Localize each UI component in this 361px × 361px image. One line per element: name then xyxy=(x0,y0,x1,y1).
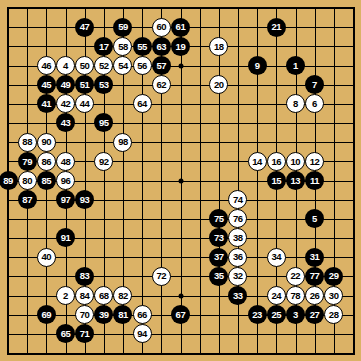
intersection[interactable]: 57 xyxy=(152,56,171,75)
intersection[interactable] xyxy=(343,133,361,152)
intersection[interactable] xyxy=(133,113,152,132)
intersection[interactable] xyxy=(228,171,247,190)
intersection[interactable] xyxy=(305,18,324,37)
intersection[interactable]: 32 xyxy=(228,267,247,286)
intersection[interactable] xyxy=(247,324,266,343)
intersection[interactable] xyxy=(209,171,228,190)
intersection[interactable]: 31 xyxy=(305,247,324,266)
intersection[interactable] xyxy=(267,113,286,132)
intersection[interactable]: 30 xyxy=(324,286,343,305)
intersection[interactable] xyxy=(94,209,113,228)
intersection[interactable] xyxy=(133,133,152,152)
intersection[interactable] xyxy=(190,305,209,324)
intersection[interactable] xyxy=(305,228,324,247)
intersection[interactable] xyxy=(267,0,286,18)
intersection[interactable] xyxy=(56,37,75,56)
intersection[interactable]: 90 xyxy=(37,133,56,152)
intersection[interactable] xyxy=(324,343,343,361)
intersection[interactable] xyxy=(247,209,266,228)
intersection[interactable] xyxy=(37,228,56,247)
intersection[interactable] xyxy=(18,18,37,37)
intersection[interactable] xyxy=(190,247,209,266)
intersection[interactable] xyxy=(37,343,56,361)
intersection[interactable] xyxy=(152,152,171,171)
intersection[interactable]: 18 xyxy=(209,37,228,56)
intersection[interactable] xyxy=(209,18,228,37)
intersection[interactable]: 84 xyxy=(75,286,94,305)
intersection[interactable] xyxy=(324,113,343,132)
intersection[interactable] xyxy=(190,228,209,247)
intersection[interactable]: 34 xyxy=(267,247,286,266)
intersection[interactable]: 94 xyxy=(133,324,152,343)
intersection[interactable] xyxy=(324,190,343,209)
intersection[interactable] xyxy=(286,37,305,56)
intersection[interactable] xyxy=(18,94,37,113)
intersection[interactable]: 98 xyxy=(113,133,132,152)
intersection[interactable]: 77 xyxy=(305,267,324,286)
intersection[interactable] xyxy=(133,286,152,305)
intersection[interactable] xyxy=(56,343,75,361)
intersection[interactable] xyxy=(0,286,18,305)
intersection[interactable]: 8 xyxy=(286,94,305,113)
intersection[interactable] xyxy=(190,152,209,171)
intersection[interactable] xyxy=(228,75,247,94)
intersection[interactable] xyxy=(267,75,286,94)
intersection[interactable] xyxy=(247,18,266,37)
intersection[interactable]: 50 xyxy=(75,56,94,75)
intersection[interactable] xyxy=(75,152,94,171)
intersection[interactable] xyxy=(152,0,171,18)
intersection[interactable] xyxy=(171,228,190,247)
intersection[interactable] xyxy=(305,37,324,56)
intersection[interactable] xyxy=(324,94,343,113)
intersection[interactable] xyxy=(133,75,152,94)
intersection[interactable] xyxy=(209,305,228,324)
intersection[interactable]: 24 xyxy=(267,286,286,305)
intersection[interactable] xyxy=(37,18,56,37)
intersection[interactable] xyxy=(18,209,37,228)
intersection[interactable]: 80 xyxy=(18,171,37,190)
intersection[interactable]: 89 xyxy=(0,171,18,190)
intersection[interactable] xyxy=(171,324,190,343)
intersection[interactable]: 75 xyxy=(209,209,228,228)
intersection[interactable] xyxy=(75,209,94,228)
intersection[interactable] xyxy=(190,56,209,75)
intersection[interactable] xyxy=(0,343,18,361)
intersection[interactable] xyxy=(343,113,361,132)
intersection[interactable] xyxy=(56,267,75,286)
intersection[interactable] xyxy=(343,305,361,324)
intersection[interactable] xyxy=(228,133,247,152)
intersection[interactable] xyxy=(152,94,171,113)
intersection[interactable]: 83 xyxy=(75,267,94,286)
intersection[interactable] xyxy=(247,247,266,266)
intersection[interactable]: 22 xyxy=(286,267,305,286)
intersection[interactable] xyxy=(0,37,18,56)
intersection[interactable]: 47 xyxy=(75,18,94,37)
intersection[interactable]: 72 xyxy=(152,267,171,286)
intersection[interactable] xyxy=(286,75,305,94)
intersection[interactable] xyxy=(113,75,132,94)
intersection[interactable]: 28 xyxy=(324,305,343,324)
intersection[interactable]: 64 xyxy=(133,94,152,113)
intersection[interactable] xyxy=(228,343,247,361)
intersection[interactable] xyxy=(0,190,18,209)
intersection[interactable] xyxy=(18,324,37,343)
intersection[interactable] xyxy=(152,343,171,361)
intersection[interactable] xyxy=(267,94,286,113)
intersection[interactable] xyxy=(113,171,132,190)
intersection[interactable] xyxy=(324,324,343,343)
intersection[interactable] xyxy=(0,75,18,94)
intersection[interactable] xyxy=(286,133,305,152)
intersection[interactable] xyxy=(0,324,18,343)
intersection[interactable] xyxy=(324,171,343,190)
intersection[interactable] xyxy=(0,228,18,247)
intersection[interactable] xyxy=(209,324,228,343)
intersection[interactable] xyxy=(171,190,190,209)
intersection[interactable]: 58 xyxy=(113,37,132,56)
intersection[interactable] xyxy=(133,343,152,361)
intersection[interactable]: 85 xyxy=(37,171,56,190)
intersection[interactable] xyxy=(133,171,152,190)
intersection[interactable] xyxy=(305,190,324,209)
intersection[interactable] xyxy=(152,228,171,247)
intersection[interactable]: 2 xyxy=(56,286,75,305)
intersection[interactable]: 59 xyxy=(113,18,132,37)
intersection[interactable]: 61 xyxy=(171,18,190,37)
intersection[interactable]: 44 xyxy=(75,94,94,113)
intersection[interactable]: 76 xyxy=(228,209,247,228)
intersection[interactable] xyxy=(247,37,266,56)
intersection[interactable] xyxy=(94,324,113,343)
intersection[interactable] xyxy=(228,113,247,132)
intersection[interactable] xyxy=(133,267,152,286)
intersection[interactable] xyxy=(228,37,247,56)
intersection[interactable] xyxy=(190,18,209,37)
intersection[interactable] xyxy=(324,0,343,18)
intersection[interactable] xyxy=(18,247,37,266)
intersection[interactable] xyxy=(209,152,228,171)
intersection[interactable] xyxy=(343,37,361,56)
intersection[interactable] xyxy=(113,343,132,361)
intersection[interactable] xyxy=(209,0,228,18)
intersection[interactable] xyxy=(267,56,286,75)
intersection[interactable] xyxy=(286,18,305,37)
intersection[interactable]: 1 xyxy=(286,56,305,75)
intersection[interactable] xyxy=(94,267,113,286)
intersection[interactable]: 53 xyxy=(94,75,113,94)
intersection[interactable] xyxy=(305,0,324,18)
intersection[interactable] xyxy=(171,56,190,75)
intersection[interactable]: 20 xyxy=(209,75,228,94)
intersection[interactable] xyxy=(18,267,37,286)
intersection[interactable] xyxy=(0,0,18,18)
intersection[interactable] xyxy=(343,0,361,18)
intersection[interactable] xyxy=(343,209,361,228)
intersection[interactable]: 97 xyxy=(56,190,75,209)
intersection[interactable] xyxy=(228,94,247,113)
intersection[interactable] xyxy=(171,94,190,113)
intersection[interactable] xyxy=(94,18,113,37)
intersection[interactable] xyxy=(209,113,228,132)
intersection[interactable]: 82 xyxy=(113,286,132,305)
intersection[interactable] xyxy=(343,171,361,190)
intersection[interactable] xyxy=(324,56,343,75)
intersection[interactable] xyxy=(0,133,18,152)
intersection[interactable] xyxy=(190,209,209,228)
intersection[interactable]: 49 xyxy=(56,75,75,94)
intersection[interactable] xyxy=(56,0,75,18)
intersection[interactable] xyxy=(190,37,209,56)
intersection[interactable] xyxy=(0,267,18,286)
intersection[interactable] xyxy=(190,75,209,94)
intersection[interactable] xyxy=(209,286,228,305)
intersection[interactable] xyxy=(37,324,56,343)
intersection[interactable] xyxy=(267,267,286,286)
intersection[interactable] xyxy=(267,133,286,152)
intersection[interactable]: 3 xyxy=(286,305,305,324)
intersection[interactable] xyxy=(75,0,94,18)
intersection[interactable] xyxy=(18,228,37,247)
intersection[interactable]: 93 xyxy=(75,190,94,209)
intersection[interactable]: 48 xyxy=(56,152,75,171)
intersection[interactable] xyxy=(18,56,37,75)
intersection[interactable] xyxy=(171,343,190,361)
intersection[interactable] xyxy=(286,343,305,361)
intersection[interactable] xyxy=(113,0,132,18)
intersection[interactable]: 96 xyxy=(56,171,75,190)
intersection[interactable]: 17 xyxy=(94,37,113,56)
intersection[interactable] xyxy=(171,75,190,94)
intersection[interactable]: 23 xyxy=(247,305,266,324)
intersection[interactable]: 27 xyxy=(305,305,324,324)
intersection[interactable] xyxy=(286,0,305,18)
intersection[interactable] xyxy=(324,247,343,266)
intersection[interactable] xyxy=(0,152,18,171)
intersection[interactable] xyxy=(267,209,286,228)
intersection[interactable] xyxy=(171,152,190,171)
intersection[interactable]: 14 xyxy=(247,152,266,171)
intersection[interactable] xyxy=(133,247,152,266)
intersection[interactable] xyxy=(133,190,152,209)
intersection[interactable]: 19 xyxy=(171,37,190,56)
intersection[interactable] xyxy=(343,190,361,209)
intersection[interactable] xyxy=(267,324,286,343)
intersection[interactable] xyxy=(37,190,56,209)
intersection[interactable] xyxy=(267,190,286,209)
intersection[interactable] xyxy=(190,324,209,343)
intersection[interactable] xyxy=(37,113,56,132)
intersection[interactable] xyxy=(247,0,266,18)
intersection[interactable] xyxy=(305,343,324,361)
intersection[interactable] xyxy=(18,113,37,132)
intersection[interactable] xyxy=(267,228,286,247)
intersection[interactable] xyxy=(0,305,18,324)
intersection[interactable] xyxy=(152,190,171,209)
intersection[interactable] xyxy=(190,286,209,305)
intersection[interactable]: 68 xyxy=(94,286,113,305)
intersection[interactable]: 25 xyxy=(267,305,286,324)
intersection[interactable] xyxy=(324,228,343,247)
intersection[interactable]: 91 xyxy=(56,228,75,247)
intersection[interactable] xyxy=(152,324,171,343)
intersection[interactable] xyxy=(343,286,361,305)
intersection[interactable]: 92 xyxy=(94,152,113,171)
intersection[interactable]: 74 xyxy=(228,190,247,209)
intersection[interactable] xyxy=(286,228,305,247)
intersection[interactable] xyxy=(37,286,56,305)
intersection[interactable] xyxy=(190,190,209,209)
intersection[interactable]: 13 xyxy=(286,171,305,190)
intersection[interactable] xyxy=(305,56,324,75)
intersection[interactable]: 12 xyxy=(305,152,324,171)
intersection[interactable] xyxy=(152,133,171,152)
intersection[interactable] xyxy=(0,113,18,132)
intersection[interactable] xyxy=(75,113,94,132)
intersection[interactable]: 33 xyxy=(228,286,247,305)
intersection[interactable] xyxy=(190,113,209,132)
intersection[interactable] xyxy=(0,247,18,266)
intersection[interactable] xyxy=(94,133,113,152)
intersection[interactable] xyxy=(113,209,132,228)
intersection[interactable] xyxy=(209,343,228,361)
intersection[interactable] xyxy=(75,171,94,190)
intersection[interactable]: 86 xyxy=(37,152,56,171)
intersection[interactable] xyxy=(171,133,190,152)
intersection[interactable]: 95 xyxy=(94,113,113,132)
intersection[interactable]: 66 xyxy=(133,305,152,324)
intersection[interactable]: 51 xyxy=(75,75,94,94)
intersection[interactable] xyxy=(37,209,56,228)
intersection[interactable] xyxy=(113,113,132,132)
intersection[interactable] xyxy=(228,18,247,37)
intersection[interactable] xyxy=(75,37,94,56)
intersection[interactable] xyxy=(113,190,132,209)
intersection[interactable]: 52 xyxy=(94,56,113,75)
intersection[interactable] xyxy=(18,0,37,18)
intersection[interactable] xyxy=(228,0,247,18)
intersection[interactable] xyxy=(305,133,324,152)
intersection[interactable]: 43 xyxy=(56,113,75,132)
intersection[interactable]: 73 xyxy=(209,228,228,247)
intersection[interactable]: 15 xyxy=(267,171,286,190)
intersection[interactable] xyxy=(247,113,266,132)
intersection[interactable]: 79 xyxy=(18,152,37,171)
intersection[interactable] xyxy=(18,305,37,324)
intersection[interactable] xyxy=(286,209,305,228)
intersection[interactable] xyxy=(171,286,190,305)
intersection[interactable]: 40 xyxy=(37,247,56,266)
intersection[interactable]: 29 xyxy=(324,267,343,286)
intersection[interactable] xyxy=(324,75,343,94)
intersection[interactable] xyxy=(171,209,190,228)
intersection[interactable]: 9 xyxy=(247,56,266,75)
intersection[interactable] xyxy=(286,190,305,209)
intersection[interactable] xyxy=(56,247,75,266)
intersection[interactable] xyxy=(324,37,343,56)
intersection[interactable] xyxy=(152,209,171,228)
intersection[interactable] xyxy=(286,324,305,343)
intersection[interactable]: 37 xyxy=(209,247,228,266)
intersection[interactable]: 87 xyxy=(18,190,37,209)
intersection[interactable] xyxy=(171,247,190,266)
intersection[interactable] xyxy=(324,18,343,37)
intersection[interactable] xyxy=(343,343,361,361)
intersection[interactable] xyxy=(56,133,75,152)
intersection[interactable] xyxy=(190,133,209,152)
intersection[interactable] xyxy=(113,228,132,247)
intersection[interactable] xyxy=(343,267,361,286)
intersection[interactable] xyxy=(94,343,113,361)
intersection[interactable] xyxy=(37,267,56,286)
intersection[interactable] xyxy=(343,247,361,266)
intersection[interactable]: 70 xyxy=(75,305,94,324)
intersection[interactable]: 5 xyxy=(305,209,324,228)
intersection[interactable] xyxy=(133,209,152,228)
intersection[interactable]: 65 xyxy=(56,324,75,343)
intersection[interactable]: 78 xyxy=(286,286,305,305)
intersection[interactable] xyxy=(152,247,171,266)
intersection[interactable] xyxy=(0,209,18,228)
intersection[interactable] xyxy=(18,343,37,361)
intersection[interactable] xyxy=(343,18,361,37)
intersection[interactable]: 7 xyxy=(305,75,324,94)
intersection[interactable]: 69 xyxy=(37,305,56,324)
intersection[interactable] xyxy=(75,228,94,247)
intersection[interactable] xyxy=(324,152,343,171)
intersection[interactable] xyxy=(324,133,343,152)
intersection[interactable] xyxy=(190,171,209,190)
intersection[interactable]: 16 xyxy=(267,152,286,171)
intersection[interactable] xyxy=(94,94,113,113)
intersection[interactable] xyxy=(18,37,37,56)
intersection[interactable] xyxy=(228,152,247,171)
intersection[interactable] xyxy=(228,324,247,343)
intersection[interactable] xyxy=(133,0,152,18)
intersection[interactable] xyxy=(94,228,113,247)
intersection[interactable] xyxy=(247,190,266,209)
intersection[interactable] xyxy=(0,94,18,113)
intersection[interactable] xyxy=(113,247,132,266)
intersection[interactable] xyxy=(209,190,228,209)
intersection[interactable] xyxy=(247,75,266,94)
intersection[interactable] xyxy=(94,171,113,190)
intersection[interactable] xyxy=(209,133,228,152)
intersection[interactable] xyxy=(56,305,75,324)
intersection[interactable] xyxy=(228,305,247,324)
intersection[interactable]: 11 xyxy=(305,171,324,190)
intersection[interactable] xyxy=(343,75,361,94)
intersection[interactable]: 42 xyxy=(56,94,75,113)
intersection[interactable] xyxy=(94,247,113,266)
intersection[interactable] xyxy=(247,133,266,152)
intersection[interactable]: 71 xyxy=(75,324,94,343)
intersection[interactable]: 46 xyxy=(37,56,56,75)
intersection[interactable] xyxy=(286,113,305,132)
intersection[interactable]: 38 xyxy=(228,228,247,247)
intersection[interactable]: 41 xyxy=(37,94,56,113)
intersection[interactable] xyxy=(247,267,266,286)
intersection[interactable] xyxy=(343,94,361,113)
intersection[interactable]: 21 xyxy=(267,18,286,37)
intersection[interactable] xyxy=(56,209,75,228)
intersection[interactable] xyxy=(113,324,132,343)
intersection[interactable] xyxy=(75,247,94,266)
intersection[interactable] xyxy=(190,94,209,113)
intersection[interactable]: 62 xyxy=(152,75,171,94)
intersection[interactable] xyxy=(133,18,152,37)
